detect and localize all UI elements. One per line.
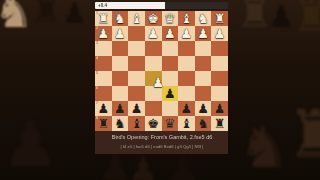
eval-score: +0.4	[98, 2, 107, 9]
white-rook[interactable]: ♜	[211, 11, 228, 26]
square-e1[interactable]: ♚	[145, 11, 162, 26]
white-pawn[interactable]: ♟	[145, 26, 162, 41]
rank-coordinate: 4	[96, 56, 98, 60]
dark-rook-icon: ♜	[286, 102, 320, 168]
square-f3[interactable]	[128, 41, 145, 56]
square-b8[interactable]: ♞	[195, 116, 212, 131]
black-bishop[interactable]: ♝	[178, 116, 195, 131]
square-h3[interactable]: 3	[95, 41, 112, 56]
chess-board[interactable]: 1♜♞♝♚♛♝♞♜2♟♟♟♟♟♟♟345♟6♟7♟♟♟♟♟♟8♜♞♝♚♛♝♞♜	[95, 11, 228, 131]
dark-pawn-icon: ♟	[2, 112, 59, 176]
square-b4[interactable]	[195, 56, 212, 71]
black-pawn[interactable]: ♟	[95, 101, 112, 116]
square-a6[interactable]	[211, 86, 228, 101]
white-knight-icon: ♞	[0, 0, 33, 34]
square-f7[interactable]: ♟	[128, 101, 145, 116]
square-h1[interactable]: 1♜	[95, 11, 112, 26]
black-knight[interactable]: ♞	[195, 116, 212, 131]
dark-pawn-icon: ♟	[128, 152, 158, 180]
square-d1[interactable]: ♛	[162, 11, 179, 26]
square-g3[interactable]	[112, 41, 129, 56]
square-e7[interactable]	[145, 101, 162, 116]
dark-rook-icon: ♜	[292, 0, 320, 38]
white-pawn[interactable]: ♟	[195, 26, 212, 41]
engine-eval-bar: +0.4	[95, 2, 228, 9]
square-b2[interactable]: ♟	[195, 26, 212, 41]
square-a8[interactable]: ♜	[211, 116, 228, 131]
square-b5[interactable]	[195, 71, 212, 86]
square-c2[interactable]: ♟	[178, 26, 195, 41]
square-g2[interactable]: ♟	[112, 26, 129, 41]
square-g7[interactable]: ♟	[112, 101, 129, 116]
square-a3[interactable]	[211, 41, 228, 56]
black-pawn[interactable]: ♟	[195, 101, 212, 116]
square-h7[interactable]: 7♟	[95, 101, 112, 116]
rank-coordinate: 6	[96, 86, 98, 90]
square-d7[interactable]	[162, 101, 179, 116]
square-g6[interactable]	[112, 86, 129, 101]
white-pawn[interactable]: ♟	[162, 26, 179, 41]
dark-pawn-icon: ♟	[166, 150, 200, 180]
square-e2[interactable]: ♟	[145, 26, 162, 41]
square-c6[interactable]	[178, 86, 195, 101]
black-bishop[interactable]: ♝	[128, 116, 145, 131]
black-queen[interactable]: ♛	[162, 116, 179, 131]
square-c5[interactable]	[178, 71, 195, 86]
square-d2[interactable]: ♟	[162, 26, 179, 41]
white-knight[interactable]: ♞	[112, 11, 129, 26]
dark-pawn-icon: ♟	[268, 2, 295, 32]
square-h2[interactable]: 2♟	[95, 26, 112, 41]
square-a1[interactable]: ♜	[211, 11, 228, 26]
opening-name: Bird's Opening: From's Gambit, 2.fxe5 d6	[95, 134, 228, 140]
white-pawn[interactable]: ♟	[95, 26, 112, 41]
square-b3[interactable]	[195, 41, 212, 56]
white-bishop[interactable]: ♝	[128, 11, 145, 26]
square-d4[interactable]	[162, 56, 179, 71]
square-a4[interactable]	[211, 56, 228, 71]
black-pawn[interactable]: ♟	[128, 101, 145, 116]
square-h5[interactable]: 5	[95, 71, 112, 86]
square-f1[interactable]: ♝	[128, 11, 145, 26]
rank-coordinate: 5	[96, 71, 98, 75]
square-g4[interactable]	[112, 56, 129, 71]
square-g8[interactable]: ♞	[112, 116, 129, 131]
white-pawn[interactable]: ♟	[178, 26, 195, 41]
square-e3[interactable]	[145, 41, 162, 56]
rank-coordinate: 3	[96, 41, 98, 45]
square-f2[interactable]	[128, 26, 145, 41]
square-h4[interactable]: 4	[95, 56, 112, 71]
black-rook[interactable]: ♜	[211, 116, 228, 131]
square-g1[interactable]: ♞	[112, 11, 129, 26]
square-c8[interactable]: ♝	[178, 116, 195, 131]
white-king[interactable]: ♚	[145, 11, 162, 26]
square-b1[interactable]: ♞	[195, 11, 212, 26]
square-f4[interactable]	[128, 56, 145, 71]
black-king[interactable]: ♚	[145, 116, 162, 131]
square-c3[interactable]	[178, 41, 195, 56]
square-e8[interactable]: ♚	[145, 116, 162, 131]
caption-panel: Bird's Opening: From's Gambit, 2.fxe5 d6…	[95, 131, 228, 154]
square-e4[interactable]	[145, 56, 162, 71]
dark-rook-icon: ♜	[30, 0, 62, 28]
square-d8[interactable]: ♛	[162, 116, 179, 131]
black-pawn[interactable]: ♟	[211, 101, 228, 116]
square-h8[interactable]: 8♜	[95, 116, 112, 131]
white-rook[interactable]: ♜	[95, 11, 112, 26]
black-pawn[interactable]: ♟	[178, 101, 195, 116]
white-queen[interactable]: ♛	[162, 11, 179, 26]
square-e5[interactable]: ♟	[145, 71, 162, 86]
square-d3[interactable]	[162, 41, 179, 56]
square-h6[interactable]: 6	[95, 86, 112, 101]
white-bishop[interactable]: ♝	[178, 11, 195, 26]
square-b6[interactable]	[195, 86, 212, 101]
square-g5[interactable]	[112, 71, 129, 86]
square-a5[interactable]	[211, 71, 228, 86]
square-f6[interactable]	[128, 86, 145, 101]
black-pawn[interactable]: ♟	[112, 101, 129, 116]
dark-knight-icon: ♞	[238, 118, 290, 176]
white-pawn[interactable]: ♟	[150, 75, 167, 90]
square-b7[interactable]: ♟	[195, 101, 212, 116]
square-f5[interactable]	[128, 71, 145, 86]
move-list: | f4 e5 | fxe5 d6 | exd6 Bxd6 | g3 Qg5 |…	[95, 144, 228, 149]
white-pawn[interactable]: ♟	[211, 26, 228, 41]
dark-rook-icon: ♜	[236, 0, 274, 34]
white-knight[interactable]: ♞	[195, 11, 212, 26]
black-rook[interactable]: ♜	[95, 116, 112, 131]
square-c7[interactable]: ♟	[178, 101, 195, 116]
square-f8[interactable]: ♝	[128, 116, 145, 131]
black-knight[interactable]: ♞	[112, 116, 129, 131]
white-pawn[interactable]: ♟	[112, 26, 129, 41]
square-a7[interactable]: ♟	[211, 101, 228, 116]
square-a2[interactable]: ♟	[211, 26, 228, 41]
video-frame: ♞♜♟♜♟♜♟♟♟♟♞♜ +0.4 1♜♞♝♚♛♝♞♜2♟♟♟♟♟♟♟345♟6…	[0, 0, 320, 180]
square-c1[interactable]: ♝	[178, 11, 195, 26]
square-c4[interactable]	[178, 56, 195, 71]
dark-pawn-icon: ♟	[62, 0, 87, 28]
